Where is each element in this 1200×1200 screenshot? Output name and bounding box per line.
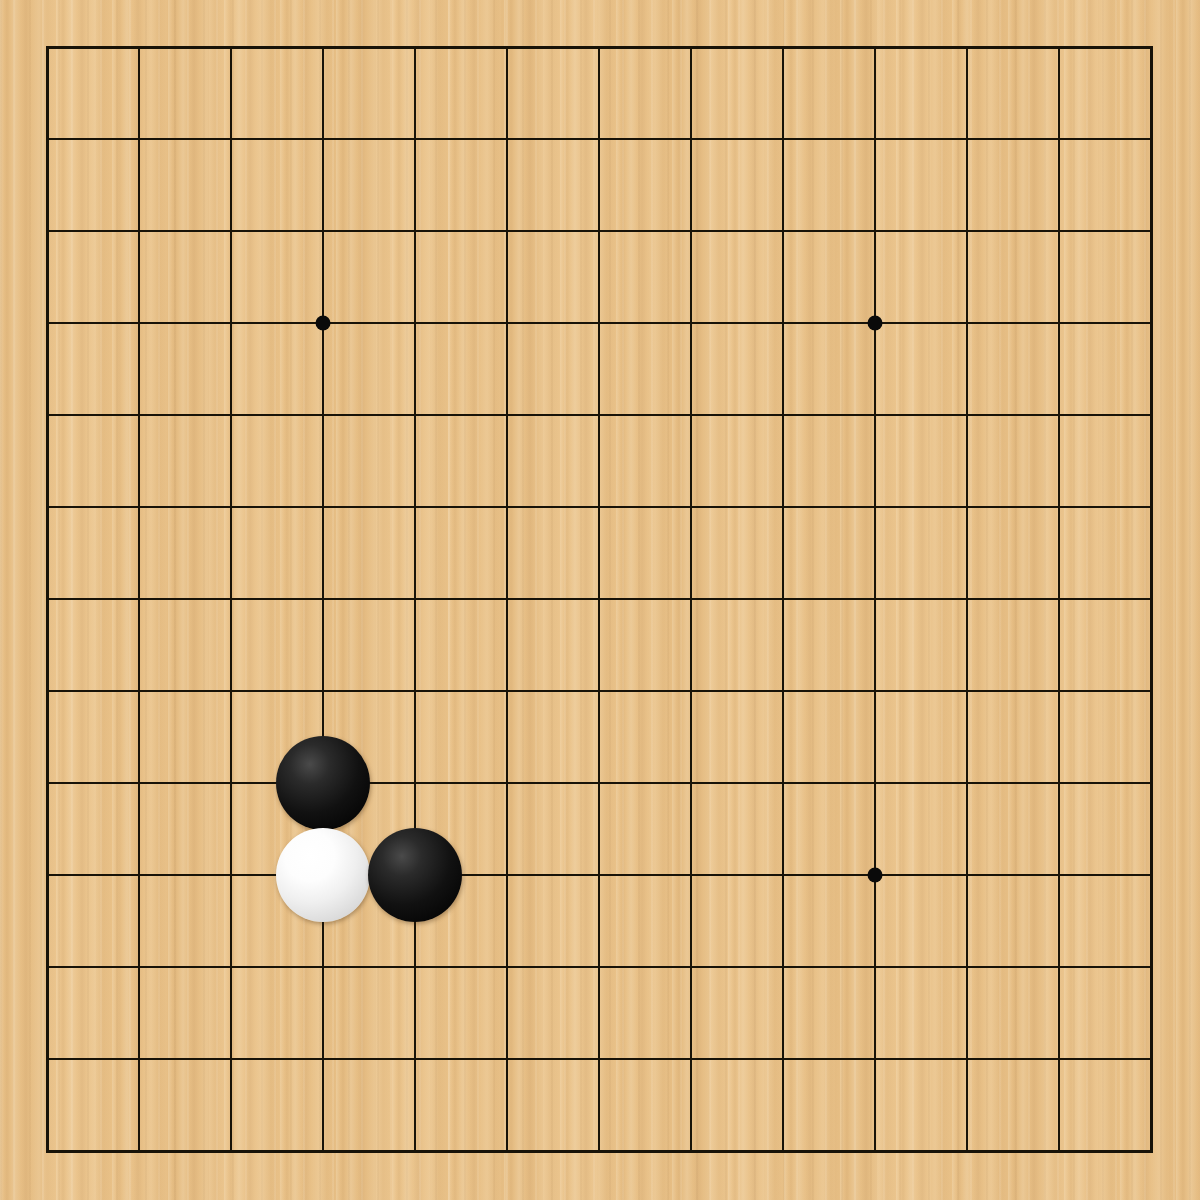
grid-line-horizontal xyxy=(47,874,1151,876)
grid-line-vertical xyxy=(1058,47,1060,1151)
grid-line-horizontal xyxy=(47,966,1151,968)
grid-line-vertical xyxy=(782,47,784,1151)
grid-line-horizontal xyxy=(47,598,1151,600)
white-stone[interactable] xyxy=(276,828,370,922)
black-stone[interactable] xyxy=(368,828,462,922)
star-point-hoshi xyxy=(316,316,331,331)
grid-line-horizontal xyxy=(47,1058,1151,1060)
go-board[interactable] xyxy=(0,0,1200,1200)
grid-line-vertical xyxy=(874,47,876,1151)
grid-line-vertical xyxy=(966,47,968,1151)
star-point-hoshi xyxy=(868,316,883,331)
black-stone[interactable] xyxy=(276,736,370,830)
grid-line-horizontal xyxy=(47,690,1151,692)
grid-line-vertical xyxy=(690,47,692,1151)
goban-scene xyxy=(0,0,1200,1200)
grid-line-horizontal xyxy=(47,782,1151,784)
star-point-hoshi xyxy=(868,868,883,883)
